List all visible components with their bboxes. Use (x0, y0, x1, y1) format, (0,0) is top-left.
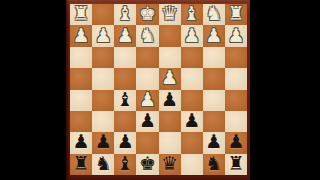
square-h5[interactable] (70, 90, 92, 111)
letterbox-right (250, 0, 320, 180)
square-c5[interactable] (181, 90, 203, 111)
white-knight-b1: ♞ (205, 4, 222, 23)
square-c3[interactable] (181, 47, 203, 68)
black-pawn-d5: ♟ (161, 90, 178, 109)
black-knight-g8: ♞ (95, 154, 112, 173)
black-pawn-f7: ♟ (117, 132, 134, 151)
square-b2[interactable]: ♟ (203, 25, 225, 46)
square-g8[interactable]: ♞ (92, 154, 114, 175)
square-a7[interactable]: ♟ (225, 132, 247, 153)
square-e7[interactable] (136, 132, 158, 153)
white-pawn-a2: ♟ (227, 26, 244, 45)
square-g3[interactable] (92, 47, 114, 68)
white-pawn-d4: ♟ (161, 68, 178, 87)
black-pawn-c6: ♟ (183, 111, 200, 130)
white-pawn-f2: ♟ (117, 26, 134, 45)
white-knight-e2: ♞ (139, 26, 156, 45)
square-b4[interactable] (203, 68, 225, 89)
square-c7[interactable] (181, 132, 203, 153)
square-g2[interactable]: ♟ (92, 25, 114, 46)
square-c6[interactable]: ♟ (181, 111, 203, 132)
square-g7[interactable]: ♟ (92, 132, 114, 153)
square-d7[interactable] (159, 132, 181, 153)
square-f6[interactable] (114, 111, 136, 132)
white-rook-a1: ♜ (227, 4, 244, 23)
square-f5[interactable]: ♝ (114, 90, 136, 111)
black-knight-b8: ♞ (205, 154, 222, 173)
square-f2[interactable]: ♟ (114, 25, 136, 46)
square-b6[interactable] (203, 111, 225, 132)
square-d6[interactable] (159, 111, 181, 132)
square-c4[interactable] (181, 68, 203, 89)
square-a1[interactable]: ♜ (225, 4, 247, 25)
white-pawn-g2: ♟ (95, 26, 112, 45)
square-e6[interactable]: ♟ (136, 111, 158, 132)
square-e8[interactable]: ♚ (136, 154, 158, 175)
square-g6[interactable] (92, 111, 114, 132)
square-a8[interactable]: ♜ (225, 154, 247, 175)
square-d3[interactable] (159, 47, 181, 68)
square-e1[interactable]: ♚ (136, 4, 158, 25)
square-e3[interactable] (136, 47, 158, 68)
square-b8[interactable]: ♞ (203, 154, 225, 175)
square-f1[interactable]: ♝ (114, 4, 136, 25)
square-d4[interactable]: ♟ (159, 68, 181, 89)
square-e4[interactable] (136, 68, 158, 89)
black-bishop-f8: ♝ (117, 154, 134, 173)
square-d8[interactable]: ♛ (159, 154, 181, 175)
black-rook-a8: ♜ (227, 154, 244, 173)
white-pawn-c2: ♟ (183, 26, 200, 45)
square-g4[interactable] (92, 68, 114, 89)
square-h2[interactable]: ♟ (70, 25, 92, 46)
white-king-e1: ♚ (139, 4, 156, 23)
black-pawn-b7: ♟ (205, 132, 222, 151)
square-f3[interactable] (114, 47, 136, 68)
square-e2[interactable]: ♞ (136, 25, 158, 46)
square-a5[interactable] (225, 90, 247, 111)
square-b7[interactable]: ♟ (203, 132, 225, 153)
white-bishop-c1: ♝ (183, 4, 200, 23)
black-bishop-f5: ♝ (117, 90, 134, 109)
square-h7[interactable]: ♟ (70, 132, 92, 153)
chess-board-frame: ♜♝♚♛♝♞♜♟♟♟♞♟♟♟♟♝♟♟♟♟♟♟♟♟♟♜♞♝♚♛♞♜ (66, 0, 250, 180)
square-g5[interactable] (92, 90, 114, 111)
square-b1[interactable]: ♞ (203, 4, 225, 25)
white-bishop-f1: ♝ (117, 4, 134, 23)
white-pawn-b2: ♟ (205, 26, 222, 45)
square-h6[interactable] (70, 111, 92, 132)
square-d5[interactable]: ♟ (159, 90, 181, 111)
square-a4[interactable] (225, 68, 247, 89)
square-b3[interactable] (203, 47, 225, 68)
square-c2[interactable]: ♟ (181, 25, 203, 46)
square-f8[interactable]: ♝ (114, 154, 136, 175)
letterbox-left (0, 0, 66, 180)
white-pawn-e5: ♟ (139, 90, 156, 109)
square-b5[interactable] (203, 90, 225, 111)
square-h4[interactable] (70, 68, 92, 89)
square-h3[interactable] (70, 47, 92, 68)
square-a6[interactable] (225, 111, 247, 132)
square-g1[interactable] (92, 4, 114, 25)
square-h8[interactable]: ♜ (70, 154, 92, 175)
square-c1[interactable]: ♝ (181, 4, 203, 25)
white-rook-h1: ♜ (73, 4, 90, 23)
white-queen-d1: ♛ (161, 4, 178, 23)
square-f7[interactable]: ♟ (114, 132, 136, 153)
square-e5[interactable]: ♟ (136, 90, 158, 111)
square-a2[interactable]: ♟ (225, 25, 247, 46)
black-rook-h8: ♜ (73, 154, 90, 173)
black-pawn-e6: ♟ (139, 111, 156, 130)
black-pawn-g7: ♟ (95, 132, 112, 151)
chess-board: ♜♝♚♛♝♞♜♟♟♟♞♟♟♟♟♝♟♟♟♟♟♟♟♟♟♜♞♝♚♛♞♜ (70, 4, 247, 175)
video-frame: ♜♝♚♛♝♞♜♟♟♟♞♟♟♟♟♝♟♟♟♟♟♟♟♟♟♜♞♝♚♛♞♜ (0, 0, 320, 180)
white-pawn-h2: ♟ (73, 26, 90, 45)
square-d2[interactable] (159, 25, 181, 46)
square-f4[interactable] (114, 68, 136, 89)
square-h1[interactable]: ♜ (70, 4, 92, 25)
black-queen-d8: ♛ (161, 154, 178, 173)
square-a3[interactable] (225, 47, 247, 68)
black-pawn-a7: ♟ (227, 132, 244, 151)
square-d1[interactable]: ♛ (159, 4, 181, 25)
black-pawn-h7: ♟ (73, 132, 90, 151)
square-c8[interactable] (181, 154, 203, 175)
black-king-e8: ♚ (139, 154, 156, 173)
